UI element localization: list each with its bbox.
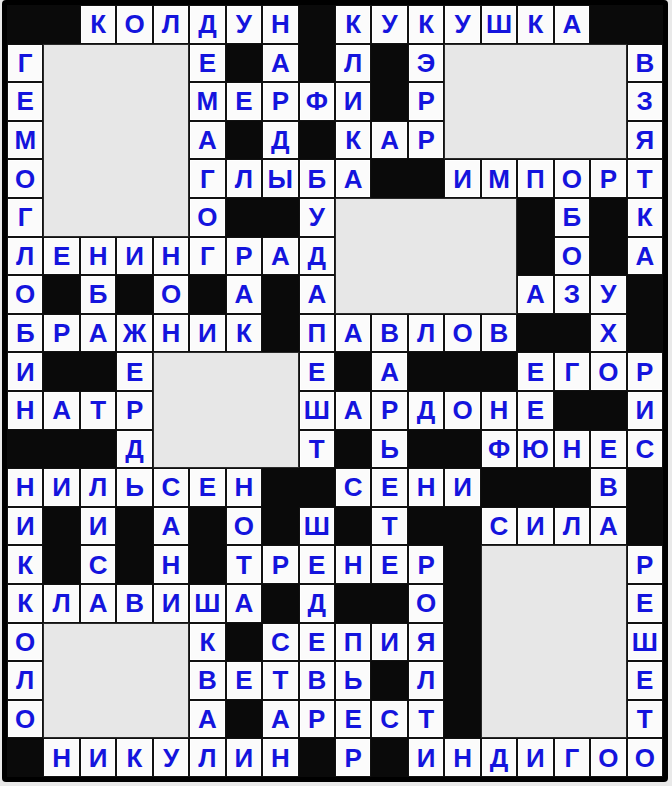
letter-cell-r8c16: Х: [590, 314, 626, 353]
letter-cell-r13c10: Т: [371, 507, 407, 546]
letter-cell-r19c3: К: [116, 738, 152, 777]
letter-cell-r18c17: Т: [627, 700, 663, 739]
black-cell-r1c10: [371, 44, 407, 83]
letter-cell-r8c8: П: [299, 314, 335, 353]
letter-cell-r14c8: Е: [299, 545, 335, 584]
letter-cell-r12c4: С: [153, 468, 189, 507]
letter-cell-r3c17: Я: [627, 121, 663, 160]
letter-cell-r12c11: Н: [408, 468, 444, 507]
letter-cell-r17c7: Т: [262, 661, 298, 700]
black-cell-r10c16: [590, 391, 626, 430]
letter-cell-r17c8: В: [299, 661, 335, 700]
black-cell-r16c6: [226, 623, 262, 662]
black-cell-r13c9: [335, 507, 371, 546]
black-cell-r13c17: [627, 507, 663, 546]
black-cell-r12c13: [481, 468, 517, 507]
black-cell-r0c1: [43, 5, 79, 44]
black-cell-r2c10: [371, 82, 407, 121]
black-cell-r13c5: [189, 507, 225, 546]
letter-cell-r2c9: И: [335, 82, 371, 121]
letter-cell-r4c7: Ы: [262, 159, 298, 198]
black-cell-r3c6: [226, 121, 262, 160]
black-cell-r12c17: [627, 468, 663, 507]
letter-cell-r0c13: Ш: [481, 5, 517, 44]
black-cell-r0c17: [627, 5, 663, 44]
letter-cell-r13c4: А: [153, 507, 189, 546]
letter-cell-r15c17: Е: [627, 584, 663, 623]
letter-cell-r10c14: Е: [517, 391, 553, 430]
letter-cell-r14c10: Е: [371, 545, 407, 584]
letter-cell-r7c2: Б: [80, 275, 116, 314]
letter-cell-r0c7: Н: [262, 5, 298, 44]
letter-cell-r19c5: Л: [189, 738, 225, 777]
black-cell-r4c10: [371, 159, 407, 198]
letter-cell-r6c4: Н: [153, 237, 189, 276]
letter-cell-r8c12: О: [444, 314, 480, 353]
letter-cell-r19c6: И: [226, 738, 262, 777]
picture-bottom-left: [43, 623, 189, 739]
letter-cell-r8c9: А: [335, 314, 371, 353]
black-cell-r5c14: [517, 198, 553, 237]
letter-cell-r18c5: А: [189, 700, 225, 739]
letter-cell-r13c16: А: [590, 507, 626, 546]
black-cell-r11c12: [444, 430, 480, 469]
letter-cell-r0c9: К: [335, 5, 371, 44]
letter-cell-r18c9: Е: [335, 700, 371, 739]
letter-cell-r1c17: В: [627, 44, 663, 83]
letter-cell-r6c7: А: [262, 237, 298, 276]
black-cell-r13c7: [262, 507, 298, 546]
letter-cell-r2c17: З: [627, 82, 663, 121]
letter-cell-r14c2: С: [80, 545, 116, 584]
black-cell-r10c15: [554, 391, 590, 430]
letter-cell-r11c3: Д: [116, 430, 152, 469]
letter-cell-r13c13: С: [481, 507, 517, 546]
letter-cell-r15c2: А: [80, 584, 116, 623]
letter-cell-r16c0: О: [7, 623, 43, 662]
letter-cell-r9c10: А: [371, 352, 407, 391]
letter-cell-r15c8: Д: [299, 584, 335, 623]
letter-cell-r17c0: Л: [7, 661, 43, 700]
letter-cell-r0c4: Л: [153, 5, 189, 44]
black-cell-r5c6: [226, 198, 262, 237]
letter-cell-r4c9: А: [335, 159, 371, 198]
letter-cell-r4c0: О: [7, 159, 43, 198]
letter-cell-r17c11: Л: [408, 661, 444, 700]
black-cell-r3c8: [299, 121, 335, 160]
letter-cell-r1c7: А: [262, 44, 298, 83]
letter-cell-r13c0: И: [7, 507, 43, 546]
picture-top-left: [43, 44, 189, 237]
picture-top-right: [444, 44, 626, 160]
letter-cell-r8c2: А: [80, 314, 116, 353]
letter-cell-r10c9: А: [335, 391, 371, 430]
letter-cell-r13c2: И: [80, 507, 116, 546]
letter-cell-r5c17: К: [627, 198, 663, 237]
black-cell-r7c17: [627, 275, 663, 314]
letter-cell-r6c2: Н: [80, 237, 116, 276]
letter-cell-r17c6: Е: [226, 661, 262, 700]
letter-cell-r2c6: Е: [226, 82, 262, 121]
black-cell-r9c12: [444, 352, 480, 391]
black-cell-r13c12: [444, 507, 480, 546]
letter-cell-r3c5: А: [189, 121, 225, 160]
letter-cell-r17c5: В: [189, 661, 225, 700]
letter-cell-r18c7: А: [262, 700, 298, 739]
scanword-board-frame: КОЛДУНКУКУШКАГЕАЛЭВЕМЕРФИРЗМАДКАРЯОГЛЫБА…: [2, 0, 668, 782]
letter-cell-r0c5: Д: [189, 5, 225, 44]
letter-cell-r2c5: М: [189, 82, 225, 121]
letter-cell-r1c11: Э: [408, 44, 444, 83]
black-cell-r15c9: [335, 584, 371, 623]
letter-cell-r15c6: А: [226, 584, 262, 623]
letter-cell-r4c14: П: [517, 159, 553, 198]
letter-cell-r12c12: И: [444, 468, 480, 507]
black-cell-r7c3: [116, 275, 152, 314]
black-cell-r12c14: [517, 468, 553, 507]
letter-cell-r14c17: Р: [627, 545, 663, 584]
black-cell-r11c9: [335, 430, 371, 469]
letter-cell-r18c10: С: [371, 700, 407, 739]
letter-cell-r14c9: Н: [335, 545, 371, 584]
letter-cell-r19c9: Р: [335, 738, 371, 777]
letter-cell-r12c16: В: [590, 468, 626, 507]
letter-cell-r7c4: О: [153, 275, 189, 314]
black-cell-r15c10: [371, 584, 407, 623]
black-cell-r14c5: [189, 545, 225, 584]
letter-cell-r15c4: И: [153, 584, 189, 623]
letter-cell-r2c11: Р: [408, 82, 444, 121]
black-cell-r7c5: [189, 275, 225, 314]
letter-cell-r8c1: Р: [43, 314, 79, 353]
letter-cell-r8c0: Б: [7, 314, 43, 353]
letter-cell-r16c10: И: [371, 623, 407, 662]
black-cell-r8c14: [517, 314, 553, 353]
letter-cell-r3c11: Р: [408, 121, 444, 160]
black-cell-r15c12: [444, 584, 480, 623]
letter-cell-r4c15: О: [554, 159, 590, 198]
letter-cell-r19c14: И: [517, 738, 553, 777]
black-cell-r11c11: [408, 430, 444, 469]
letter-cell-r8c13: В: [481, 314, 517, 353]
black-cell-r5c16: [590, 198, 626, 237]
letter-cell-r12c9: С: [335, 468, 371, 507]
letter-cell-r3c7: Д: [262, 121, 298, 160]
letter-cell-r9c3: Е: [116, 352, 152, 391]
letter-cell-r12c6: Н: [226, 468, 262, 507]
letter-cell-r17c17: Е: [627, 661, 663, 700]
letter-cell-r12c0: Н: [7, 468, 43, 507]
letter-cell-r6c8: Д: [299, 237, 335, 276]
letter-cell-r5c5: О: [189, 198, 225, 237]
black-cell-r9c9: [335, 352, 371, 391]
letter-cell-r8c5: И: [189, 314, 225, 353]
black-cell-r13c3: [116, 507, 152, 546]
letter-cell-r9c14: Е: [517, 352, 553, 391]
black-cell-r13c1: [43, 507, 79, 546]
black-cell-r9c11: [408, 352, 444, 391]
letter-cell-r11c8: Т: [299, 430, 335, 469]
black-cell-r8c7: [262, 314, 298, 353]
letter-cell-r0c6: У: [226, 5, 262, 44]
letter-cell-r16c11: Я: [408, 623, 444, 662]
letter-cell-r7c16: У: [590, 275, 626, 314]
letter-cell-r6c5: Г: [189, 237, 225, 276]
letter-cell-r11c10: Ь: [371, 430, 407, 469]
letter-cell-r0c10: У: [371, 5, 407, 44]
letter-cell-r15c1: Л: [43, 584, 79, 623]
black-cell-r7c1: [43, 275, 79, 314]
black-cell-r7c7: [262, 275, 298, 314]
black-cell-r9c2: [80, 352, 116, 391]
letter-cell-r12c5: Е: [189, 468, 225, 507]
letter-cell-r10c10: Р: [371, 391, 407, 430]
letter-cell-r10c12: О: [444, 391, 480, 430]
letter-cell-r9c0: И: [7, 352, 43, 391]
letter-cell-r6c6: Р: [226, 237, 262, 276]
black-cell-r13c11: [408, 507, 444, 546]
letter-cell-r0c12: У: [444, 5, 480, 44]
letter-cell-r7c0: О: [7, 275, 43, 314]
black-cell-r18c12: [444, 700, 480, 739]
letter-cell-r10c2: Т: [80, 391, 116, 430]
letter-cell-r15c3: В: [116, 584, 152, 623]
black-cell-r16c12: [444, 623, 480, 662]
letter-cell-r19c13: Д: [481, 738, 517, 777]
letter-cell-r1c9: Л: [335, 44, 371, 83]
letter-cell-r10c8: Ш: [299, 391, 335, 430]
letter-cell-r0c14: К: [517, 5, 553, 44]
black-cell-r11c0: [7, 430, 43, 469]
letter-cell-r19c16: О: [590, 738, 626, 777]
letter-cell-r7c8: А: [299, 275, 335, 314]
letter-cell-r8c11: Л: [408, 314, 444, 353]
letter-cell-r4c8: Б: [299, 159, 335, 198]
letter-cell-r15c11: О: [408, 584, 444, 623]
letter-cell-r16c7: С: [262, 623, 298, 662]
black-cell-r0c0: [7, 5, 43, 44]
letter-cell-r16c17: Ш: [627, 623, 663, 662]
black-cell-r8c15: [554, 314, 590, 353]
letter-cell-r19c12: Н: [444, 738, 480, 777]
letter-cell-r7c14: А: [517, 275, 553, 314]
letter-cell-r14c4: Н: [153, 545, 189, 584]
letter-cell-r13c6: О: [226, 507, 262, 546]
black-cell-r17c10: [371, 661, 407, 700]
black-cell-r17c12: [444, 661, 480, 700]
letter-cell-r19c17: О: [627, 738, 663, 777]
letter-cell-r8c6: К: [226, 314, 262, 353]
black-cell-r1c8: [299, 44, 335, 83]
letter-cell-r9c15: Г: [554, 352, 590, 391]
letter-cell-r19c11: И: [408, 738, 444, 777]
letter-cell-r4c16: Р: [590, 159, 626, 198]
letter-cell-r1c0: Г: [7, 44, 43, 83]
black-cell-r0c16: [590, 5, 626, 44]
black-cell-r11c2: [80, 430, 116, 469]
letter-cell-r6c15: О: [554, 237, 590, 276]
letter-cell-r19c15: Г: [554, 738, 590, 777]
letter-cell-r5c0: Г: [7, 198, 43, 237]
black-cell-r14c1: [43, 545, 79, 584]
picture-bottom-right: [481, 545, 627, 738]
black-cell-r9c13: [481, 352, 517, 391]
letter-cell-r4c17: Т: [627, 159, 663, 198]
letter-cell-r19c1: Н: [43, 738, 79, 777]
black-cell-r5c7: [262, 198, 298, 237]
letter-cell-r11c16: Е: [590, 430, 626, 469]
letter-cell-r12c10: Е: [371, 468, 407, 507]
letter-cell-r5c8: У: [299, 198, 335, 237]
letter-cell-r8c3: Ж: [116, 314, 152, 353]
letter-cell-r10c0: Н: [7, 391, 43, 430]
letter-cell-r7c6: А: [226, 275, 262, 314]
letter-cell-r10c17: И: [627, 391, 663, 430]
scanword-grid: КОЛДУНКУКУШКАГЕАЛЭВЕМЕРФИРЗМАДКАРЯОГЛЫБА…: [7, 5, 663, 777]
letter-cell-r15c0: К: [7, 584, 43, 623]
picture-center: [335, 198, 517, 314]
letter-cell-r10c3: Р: [116, 391, 152, 430]
letter-cell-r9c16: О: [590, 352, 626, 391]
black-cell-r1c6: [226, 44, 262, 83]
letter-cell-r0c2: К: [80, 5, 116, 44]
letter-cell-r10c11: Д: [408, 391, 444, 430]
black-cell-r15c7: [262, 584, 298, 623]
black-cell-r19c10: [371, 738, 407, 777]
letter-cell-r3c9: К: [335, 121, 371, 160]
black-cell-r6c14: [517, 237, 553, 276]
letter-cell-r16c8: Е: [299, 623, 335, 662]
letter-cell-r4c13: М: [481, 159, 517, 198]
letter-cell-r11c17: С: [627, 430, 663, 469]
letter-cell-r9c8: Е: [299, 352, 335, 391]
picture-mid-left: [153, 352, 299, 468]
letter-cell-r0c11: К: [408, 5, 444, 44]
letter-cell-r12c3: Ь: [116, 468, 152, 507]
letter-cell-r5c15: Б: [554, 198, 590, 237]
letter-cell-r14c11: Р: [408, 545, 444, 584]
letter-cell-r13c8: Ш: [299, 507, 335, 546]
letter-cell-r6c3: И: [116, 237, 152, 276]
letter-cell-r14c6: Т: [226, 545, 262, 584]
black-cell-r12c7: [262, 468, 298, 507]
black-cell-r6c16: [590, 237, 626, 276]
letter-cell-r16c9: П: [335, 623, 371, 662]
letter-cell-r2c8: Ф: [299, 82, 335, 121]
black-cell-r14c12: [444, 545, 480, 584]
letter-cell-r17c9: Ь: [335, 661, 371, 700]
letter-cell-r11c14: Ю: [517, 430, 553, 469]
letter-cell-r13c14: И: [517, 507, 553, 546]
letter-cell-r6c17: А: [627, 237, 663, 276]
letter-cell-r10c1: А: [43, 391, 79, 430]
letter-cell-r8c10: В: [371, 314, 407, 353]
letter-cell-r12c1: И: [43, 468, 79, 507]
black-cell-r18c6: [226, 700, 262, 739]
letter-cell-r2c0: Е: [7, 82, 43, 121]
letter-cell-r13c15: Л: [554, 507, 590, 546]
letter-cell-r12c2: Л: [80, 468, 116, 507]
black-cell-r19c0: [7, 738, 43, 777]
letter-cell-r11c13: Ф: [481, 430, 517, 469]
letter-cell-r6c0: Л: [7, 237, 43, 276]
letter-cell-r9c17: Р: [627, 352, 663, 391]
letter-cell-r19c7: Н: [262, 738, 298, 777]
letter-cell-r18c0: О: [7, 700, 43, 739]
black-cell-r4c11: [408, 159, 444, 198]
black-cell-r14c3: [116, 545, 152, 584]
letter-cell-r16c5: К: [189, 623, 225, 662]
letter-cell-r3c0: М: [7, 121, 43, 160]
letter-cell-r4c5: Г: [189, 159, 225, 198]
letter-cell-r15c5: Ш: [189, 584, 225, 623]
letter-cell-r19c4: У: [153, 738, 189, 777]
letter-cell-r14c0: К: [7, 545, 43, 584]
letter-cell-r6c1: Е: [43, 237, 79, 276]
letter-cell-r10c13: Н: [481, 391, 517, 430]
letter-cell-r4c12: И: [444, 159, 480, 198]
black-cell-r11c1: [43, 430, 79, 469]
letter-cell-r14c7: Р: [262, 545, 298, 584]
letter-cell-r8c4: Н: [153, 314, 189, 353]
letter-cell-r1c5: Е: [189, 44, 225, 83]
letter-cell-r4c6: Л: [226, 159, 262, 198]
black-cell-r0c8: [299, 5, 335, 44]
black-cell-r12c8: [299, 468, 335, 507]
black-cell-r8c17: [627, 314, 663, 353]
letter-cell-r0c15: А: [554, 5, 590, 44]
letter-cell-r7c15: З: [554, 275, 590, 314]
letter-cell-r0c3: О: [116, 5, 152, 44]
black-cell-r19c8: [299, 738, 335, 777]
letter-cell-r11c15: Н: [554, 430, 590, 469]
letter-cell-r18c11: Т: [408, 700, 444, 739]
letter-cell-r3c10: А: [371, 121, 407, 160]
letter-cell-r18c8: Р: [299, 700, 335, 739]
black-cell-r9c1: [43, 352, 79, 391]
letter-cell-r2c7: Р: [262, 82, 298, 121]
letter-cell-r19c2: И: [80, 738, 116, 777]
black-cell-r12c15: [554, 468, 590, 507]
